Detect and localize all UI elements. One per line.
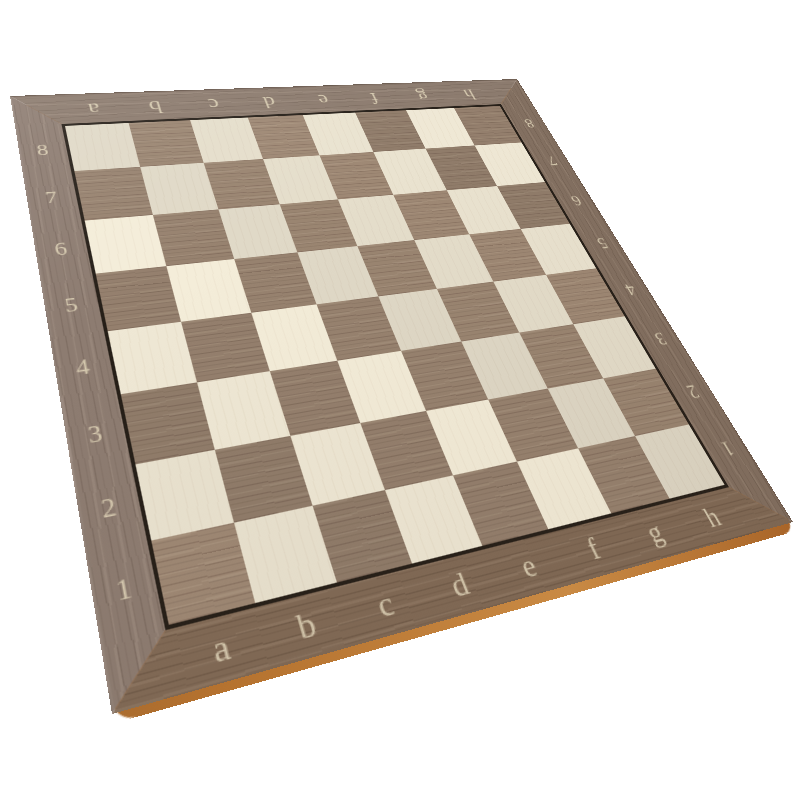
coord-left-4: 4 — [74, 355, 91, 378]
square-a8 — [65, 123, 141, 171]
chessboard: abcdefghabcdefgh8765432187654321 — [10, 79, 793, 714]
square-a6 — [85, 214, 167, 273]
chessboard-photo: abcdefghabcdefgh8765432187654321 — [0, 0, 800, 800]
square-a7 — [74, 167, 153, 220]
